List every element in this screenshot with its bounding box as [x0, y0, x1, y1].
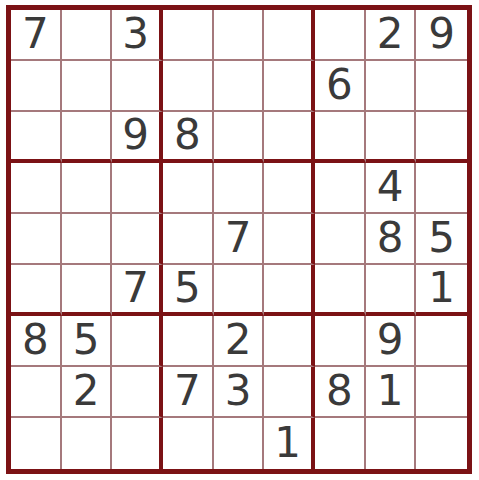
- sudoku-cell-r1c2[interactable]: [62, 10, 113, 61]
- sudoku-cell-r4c7[interactable]: [315, 163, 366, 214]
- sudoku-cell-r9c6[interactable]: 1: [264, 418, 315, 469]
- sudoku-cell-r5c8[interactable]: 8: [366, 214, 417, 265]
- given-digit: 1: [274, 422, 301, 464]
- sudoku-cell-r4c1[interactable]: [11, 163, 62, 214]
- sudoku-cell-r4c2[interactable]: [62, 163, 113, 214]
- given-digit: 7: [225, 217, 252, 259]
- sudoku-cell-r6c7[interactable]: [315, 265, 366, 316]
- sudoku-cell-r1c3[interactable]: 3: [112, 10, 163, 61]
- sudoku-cell-r8c7[interactable]: 8: [315, 367, 366, 418]
- sudoku-cell-r7c6[interactable]: [264, 316, 315, 367]
- sudoku-cell-r5c4[interactable]: [163, 214, 214, 265]
- sudoku-cell-r7c5[interactable]: 2: [214, 316, 265, 367]
- sudoku-cell-r3c3[interactable]: 9: [112, 112, 163, 163]
- sudoku-cell-r9c9[interactable]: [416, 418, 467, 469]
- given-digit: 8: [326, 370, 353, 412]
- sudoku-cell-r1c1[interactable]: 7: [11, 10, 62, 61]
- sudoku-cell-r7c7[interactable]: [315, 316, 366, 367]
- sudoku-cell-r1c8[interactable]: 2: [366, 10, 417, 61]
- sudoku-cell-r3c4[interactable]: 8: [163, 112, 214, 163]
- sudoku-cell-r8c2[interactable]: 2: [62, 367, 113, 418]
- given-digit: 8: [22, 319, 49, 361]
- sudoku-cell-r3c9[interactable]: [416, 112, 467, 163]
- sudoku-cell-r2c1[interactable]: [11, 61, 62, 112]
- sudoku-cell-r3c7[interactable]: [315, 112, 366, 163]
- given-digit: 1: [428, 267, 455, 309]
- given-digit: 8: [174, 114, 201, 156]
- sudoku-cell-r7c2[interactable]: 5: [62, 316, 113, 367]
- given-digit: 5: [174, 267, 201, 309]
- sudoku-cell-r5c7[interactable]: [315, 214, 366, 265]
- sudoku-cell-r1c5[interactable]: [214, 10, 265, 61]
- given-digit: 5: [428, 217, 455, 259]
- sudoku-cell-r8c5[interactable]: 3: [214, 367, 265, 418]
- sudoku-cell-r2c9[interactable]: [416, 61, 467, 112]
- sudoku-cell-r7c8[interactable]: 9: [366, 316, 417, 367]
- sudoku-cell-r6c5[interactable]: [214, 265, 265, 316]
- given-digit: 3: [122, 13, 149, 55]
- sudoku-cell-r3c6[interactable]: [264, 112, 315, 163]
- sudoku-cell-r4c9[interactable]: [416, 163, 467, 214]
- sudoku-cell-r2c4[interactable]: [163, 61, 214, 112]
- sudoku-cell-r7c4[interactable]: [163, 316, 214, 367]
- sudoku-cell-r2c3[interactable]: [112, 61, 163, 112]
- sudoku-cell-r2c5[interactable]: [214, 61, 265, 112]
- given-digit: 6: [326, 64, 353, 106]
- given-digit: 7: [174, 370, 201, 412]
- sudoku-cell-r8c1[interactable]: [11, 367, 62, 418]
- sudoku-cell-r3c2[interactable]: [62, 112, 113, 163]
- given-digit: 7: [22, 13, 49, 55]
- given-digit: 2: [377, 13, 404, 55]
- sudoku-cell-r6c2[interactable]: [62, 265, 113, 316]
- sudoku-cell-r8c6[interactable]: [264, 367, 315, 418]
- sudoku-cell-r7c1[interactable]: 8: [11, 316, 62, 367]
- given-digit: 2: [225, 319, 252, 361]
- sudoku-cell-r1c6[interactable]: [264, 10, 315, 61]
- sudoku-cell-r9c2[interactable]: [62, 418, 113, 469]
- sudoku-cell-r9c5[interactable]: [214, 418, 265, 469]
- sudoku-cell-r9c1[interactable]: [11, 418, 62, 469]
- given-digit: 3: [225, 370, 252, 412]
- given-digit: 4: [377, 166, 404, 208]
- sudoku-cell-r7c9[interactable]: [416, 316, 467, 367]
- given-digit: 7: [122, 267, 149, 309]
- sudoku-cell-r5c9[interactable]: 5: [416, 214, 467, 265]
- sudoku-cell-r5c3[interactable]: [112, 214, 163, 265]
- sudoku-cell-r8c8[interactable]: 1: [366, 367, 417, 418]
- sudoku-cell-r3c1[interactable]: [11, 112, 62, 163]
- sudoku-cell-r9c3[interactable]: [112, 418, 163, 469]
- sudoku-cell-r8c9[interactable]: [416, 367, 467, 418]
- given-digit: 9: [428, 13, 455, 55]
- sudoku-cell-r1c7[interactable]: [315, 10, 366, 61]
- sudoku-page: 732969847857518529273811: [0, 0, 479, 480]
- sudoku-board: 732969847857518529273811: [6, 5, 472, 474]
- given-digit: 2: [73, 370, 100, 412]
- sudoku-cell-r6c1[interactable]: [11, 265, 62, 316]
- sudoku-cell-r9c7[interactable]: [315, 418, 366, 469]
- given-digit: 5: [73, 319, 100, 361]
- sudoku-cell-r6c6[interactable]: [264, 265, 315, 316]
- sudoku-cell-r6c8[interactable]: [366, 265, 417, 316]
- sudoku-cell-r5c5[interactable]: 7: [214, 214, 265, 265]
- sudoku-cell-r5c6[interactable]: [264, 214, 315, 265]
- given-digit: 1: [377, 370, 404, 412]
- given-digit: 9: [377, 319, 404, 361]
- sudoku-cell-r5c2[interactable]: [62, 214, 113, 265]
- sudoku-cell-r6c3[interactable]: 7: [112, 265, 163, 316]
- sudoku-cell-r2c7[interactable]: 6: [315, 61, 366, 112]
- sudoku-cell-r2c2[interactable]: [62, 61, 113, 112]
- sudoku-cell-r9c4[interactable]: [163, 418, 214, 469]
- sudoku-cell-r3c5[interactable]: [214, 112, 265, 163]
- sudoku-cell-r4c8[interactable]: 4: [366, 163, 417, 214]
- sudoku-cell-r7c3[interactable]: [112, 316, 163, 367]
- sudoku-cell-r6c4[interactable]: 5: [163, 265, 214, 316]
- sudoku-cell-r2c6[interactable]: [264, 61, 315, 112]
- sudoku-cell-r8c4[interactable]: 7: [163, 367, 214, 418]
- sudoku-cell-r6c9[interactable]: 1: [416, 265, 467, 316]
- sudoku-cell-r5c1[interactable]: [11, 214, 62, 265]
- sudoku-cell-r1c9[interactable]: 9: [416, 10, 467, 61]
- sudoku-cell-r1c4[interactable]: [163, 10, 214, 61]
- sudoku-cell-r4c3[interactable]: [112, 163, 163, 214]
- sudoku-cell-r4c4[interactable]: [163, 163, 214, 214]
- given-digit: 8: [377, 217, 404, 259]
- sudoku-cell-r3c8[interactable]: [366, 112, 417, 163]
- sudoku-cell-r4c6[interactable]: [264, 163, 315, 214]
- sudoku-cell-r2c8[interactable]: [366, 61, 417, 112]
- sudoku-cell-r4c5[interactable]: [214, 163, 265, 214]
- sudoku-cell-r9c8[interactable]: [366, 418, 417, 469]
- sudoku-cell-r8c3[interactable]: [112, 367, 163, 418]
- given-digit: 9: [122, 114, 149, 156]
